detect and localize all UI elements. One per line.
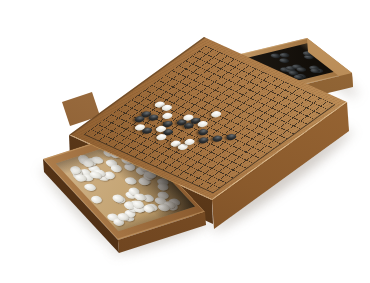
black-stone (197, 128, 210, 136)
black-stone (225, 133, 238, 141)
tray-white-stone (89, 194, 104, 204)
white-stone (210, 110, 223, 118)
tray-white-stone (82, 183, 97, 191)
black-stone (197, 137, 210, 145)
tray-white-stone (123, 177, 138, 185)
tray-black-stone (277, 57, 290, 63)
go-set-photo (0, 0, 370, 283)
white-stone (161, 112, 174, 120)
black-stone (211, 135, 224, 143)
